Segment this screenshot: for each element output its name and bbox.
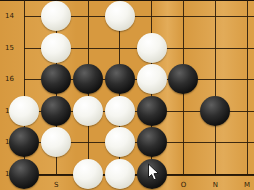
stone-black-S17[interactable] [41,96,71,126]
stone-black-T19[interactable] [9,159,39,189]
stone-white-S15[interactable] [41,33,71,63]
stone-white-Q19[interactable] [105,159,135,189]
stone-black-R16[interactable] [73,64,103,94]
go-board-screen: 141516171819 TSRQPONM [0,0,254,190]
stone-white-Q17[interactable] [105,96,135,126]
stone-white-T17[interactable] [9,96,39,126]
stone-white-P15[interactable] [137,33,167,63]
go-board-grid[interactable] [9,0,254,190]
stone-black-S16[interactable] [41,64,71,94]
stone-black-T18[interactable] [9,127,39,157]
stone-white-R17[interactable] [73,96,103,126]
stone-white-R19[interactable] [73,159,103,189]
stone-white-Q18[interactable] [105,127,135,157]
stone-black-O16[interactable] [168,64,198,94]
stone-white-P16[interactable] [137,64,167,94]
stone-black-Q16[interactable] [105,64,135,94]
stone-black-N17[interactable] [200,96,230,126]
stone-black-P17[interactable] [137,96,167,126]
stone-white-Q14[interactable] [105,1,135,31]
stone-white-S14[interactable] [41,1,71,31]
stone-white-S18[interactable] [41,127,71,157]
stone-black-P19[interactable] [137,159,167,189]
stone-black-P18[interactable] [137,127,167,157]
